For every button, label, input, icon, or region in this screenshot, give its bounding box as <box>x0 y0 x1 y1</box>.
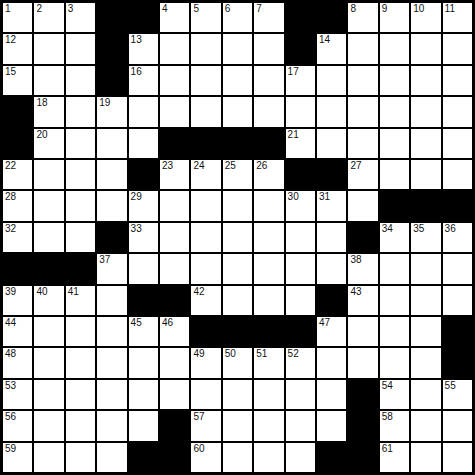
white-cell[interactable] <box>223 254 252 283</box>
white-cell[interactable]: 26 <box>254 160 283 189</box>
white-cell[interactable]: 4 <box>160 3 189 32</box>
white-cell[interactable]: 14 <box>317 34 346 63</box>
white-cell[interactable]: 51 <box>254 348 283 377</box>
white-cell[interactable]: 24 <box>191 160 220 189</box>
white-cell[interactable] <box>254 254 283 283</box>
black-cell <box>97 3 126 32</box>
black-cell <box>443 348 472 377</box>
clue-number: 51 <box>256 348 267 360</box>
clue-number: 41 <box>68 286 79 298</box>
clue-number: 26 <box>256 160 267 172</box>
white-cell[interactable] <box>443 443 472 472</box>
white-cell[interactable] <box>348 191 377 220</box>
white-cell[interactable] <box>443 66 472 95</box>
black-cell <box>348 380 377 409</box>
white-cell[interactable] <box>129 129 158 158</box>
white-cell[interactable] <box>411 34 440 63</box>
white-cell[interactable] <box>191 97 220 126</box>
clue-number: 2 <box>36 3 42 15</box>
black-cell <box>129 160 158 189</box>
white-cell[interactable] <box>443 286 472 315</box>
white-cell[interactable] <box>223 66 252 95</box>
white-cell[interactable] <box>286 286 315 315</box>
white-cell[interactable]: 45 <box>129 317 158 346</box>
clue-number: 33 <box>131 223 142 235</box>
white-cell[interactable] <box>411 286 440 315</box>
white-cell[interactable] <box>443 254 472 283</box>
white-cell[interactable] <box>97 411 126 440</box>
white-cell[interactable]: 55 <box>443 380 472 409</box>
white-cell[interactable] <box>317 223 346 252</box>
white-cell[interactable] <box>66 317 95 346</box>
white-cell[interactable]: 1 <box>3 3 32 32</box>
clue-number: 37 <box>99 254 110 266</box>
black-cell <box>443 191 472 220</box>
clue-number: 17 <box>288 66 299 78</box>
clue-number: 57 <box>193 411 204 423</box>
white-cell[interactable] <box>443 34 472 63</box>
white-cell[interactable] <box>34 160 63 189</box>
clue-number: 54 <box>382 380 393 392</box>
white-cell[interactable] <box>317 348 346 377</box>
white-cell[interactable] <box>191 34 220 63</box>
black-cell <box>129 443 158 472</box>
white-cell[interactable]: 59 <box>3 443 32 472</box>
clue-number: 56 <box>5 411 16 423</box>
white-cell[interactable]: 28 <box>3 191 32 220</box>
white-cell[interactable]: 54 <box>380 380 409 409</box>
white-cell[interactable]: 50 <box>223 348 252 377</box>
black-cell <box>129 3 158 32</box>
white-cell[interactable] <box>317 66 346 95</box>
white-cell[interactable] <box>160 254 189 283</box>
white-cell[interactable] <box>380 317 409 346</box>
clue-number: 1 <box>5 3 11 15</box>
white-cell[interactable] <box>97 129 126 158</box>
clue-number: 32 <box>5 223 16 235</box>
white-cell[interactable] <box>66 348 95 377</box>
black-cell <box>380 191 409 220</box>
white-cell[interactable]: 17 <box>286 66 315 95</box>
clue-number: 49 <box>193 348 204 360</box>
clue-number: 19 <box>99 97 110 109</box>
black-cell <box>160 443 189 472</box>
black-cell <box>317 286 346 315</box>
white-cell[interactable]: 46 <box>160 317 189 346</box>
white-cell[interactable] <box>34 317 63 346</box>
white-cell[interactable] <box>191 254 220 283</box>
white-cell[interactable]: 47 <box>317 317 346 346</box>
clue-number: 34 <box>382 223 393 235</box>
white-cell[interactable]: 8 <box>348 3 377 32</box>
black-cell <box>34 254 63 283</box>
white-cell[interactable]: 40 <box>34 286 63 315</box>
white-cell[interactable] <box>160 380 189 409</box>
black-cell <box>160 286 189 315</box>
white-cell[interactable]: 23 <box>160 160 189 189</box>
clue-number: 21 <box>288 129 299 141</box>
white-cell[interactable] <box>223 34 252 63</box>
white-cell[interactable]: 10 <box>411 3 440 32</box>
black-cell <box>66 254 95 283</box>
white-cell[interactable] <box>66 223 95 252</box>
clue-number: 28 <box>5 191 16 203</box>
clue-number: 14 <box>319 34 330 46</box>
white-cell[interactable]: 60 <box>191 443 220 472</box>
white-cell[interactable] <box>254 97 283 126</box>
white-cell[interactable] <box>223 97 252 126</box>
crossword-grid: 1234567891011121314151617181920212223242… <box>0 0 475 475</box>
white-cell[interactable] <box>411 348 440 377</box>
white-cell[interactable] <box>66 129 95 158</box>
clue-number: 31 <box>319 191 330 203</box>
white-cell[interactable] <box>34 411 63 440</box>
clue-number: 4 <box>162 3 168 15</box>
clue-number: 61 <box>382 443 393 455</box>
white-cell[interactable] <box>317 411 346 440</box>
white-cell[interactable] <box>34 443 63 472</box>
white-cell[interactable] <box>411 380 440 409</box>
white-cell[interactable] <box>66 97 95 126</box>
white-cell[interactable] <box>129 348 158 377</box>
white-cell[interactable] <box>411 443 440 472</box>
white-cell[interactable] <box>380 129 409 158</box>
white-cell[interactable] <box>223 443 252 472</box>
white-cell[interactable]: 53 <box>3 380 32 409</box>
white-cell[interactable] <box>97 317 126 346</box>
white-cell[interactable]: 57 <box>191 411 220 440</box>
white-cell[interactable]: 22 <box>3 160 32 189</box>
black-cell <box>97 66 126 95</box>
white-cell[interactable]: 33 <box>129 223 158 252</box>
white-cell[interactable] <box>317 129 346 158</box>
clue-number: 7 <box>256 3 262 15</box>
black-cell <box>3 254 32 283</box>
clue-number: 47 <box>319 317 330 329</box>
white-cell[interactable]: 32 <box>3 223 32 252</box>
clue-number: 36 <box>445 223 456 235</box>
white-cell[interactable] <box>66 160 95 189</box>
white-cell[interactable] <box>380 66 409 95</box>
white-cell[interactable]: 2 <box>34 3 63 32</box>
white-cell[interactable] <box>411 254 440 283</box>
black-cell <box>411 191 440 220</box>
clue-number: 5 <box>193 3 199 15</box>
clue-number: 24 <box>193 160 204 172</box>
white-cell[interactable] <box>254 411 283 440</box>
black-cell <box>97 34 126 63</box>
white-cell[interactable] <box>223 191 252 220</box>
black-cell <box>317 3 346 32</box>
white-cell[interactable] <box>380 254 409 283</box>
white-cell[interactable] <box>97 160 126 189</box>
black-cell <box>317 443 346 472</box>
white-cell[interactable] <box>66 191 95 220</box>
white-cell[interactable] <box>348 34 377 63</box>
clue-number: 39 <box>5 286 16 298</box>
clue-number: 38 <box>350 254 361 266</box>
black-cell <box>254 317 283 346</box>
white-cell[interactable] <box>411 97 440 126</box>
white-cell[interactable] <box>380 97 409 126</box>
white-cell[interactable] <box>254 223 283 252</box>
white-cell[interactable] <box>380 348 409 377</box>
white-cell[interactable]: 43 <box>348 286 377 315</box>
white-cell[interactable]: 42 <box>191 286 220 315</box>
clue-number: 44 <box>5 317 16 329</box>
white-cell[interactable] <box>97 191 126 220</box>
clue-number: 40 <box>36 286 47 298</box>
white-cell[interactable] <box>443 160 472 189</box>
white-cell[interactable] <box>191 66 220 95</box>
white-cell[interactable]: 27 <box>348 160 377 189</box>
clue-number: 6 <box>225 3 231 15</box>
white-cell[interactable] <box>254 286 283 315</box>
white-cell[interactable] <box>160 348 189 377</box>
black-cell <box>223 317 252 346</box>
black-cell <box>191 129 220 158</box>
clue-number: 18 <box>36 97 47 109</box>
white-cell[interactable]: 11 <box>443 3 472 32</box>
white-cell[interactable] <box>223 223 252 252</box>
white-cell[interactable] <box>254 380 283 409</box>
white-cell[interactable] <box>348 317 377 346</box>
clue-number: 55 <box>445 380 456 392</box>
black-cell <box>286 3 315 32</box>
white-cell[interactable] <box>411 317 440 346</box>
white-cell[interactable] <box>443 97 472 126</box>
white-cell[interactable] <box>443 129 472 158</box>
white-cell[interactable]: 38 <box>348 254 377 283</box>
white-cell[interactable]: 52 <box>286 348 315 377</box>
clue-number: 22 <box>5 160 16 172</box>
white-cell[interactable] <box>129 254 158 283</box>
white-cell[interactable]: 13 <box>129 34 158 63</box>
black-cell <box>223 129 252 158</box>
clue-number: 52 <box>288 348 299 360</box>
white-cell[interactable] <box>160 34 189 63</box>
white-cell[interactable]: 20 <box>34 129 63 158</box>
black-cell <box>129 286 158 315</box>
clue-number: 3 <box>68 3 74 15</box>
clue-number: 42 <box>193 286 204 298</box>
white-cell[interactable]: 58 <box>380 411 409 440</box>
white-cell[interactable] <box>286 223 315 252</box>
white-cell[interactable] <box>160 97 189 126</box>
white-cell[interactable] <box>97 443 126 472</box>
clue-number: 58 <box>382 411 393 423</box>
white-cell[interactable] <box>317 254 346 283</box>
clue-number: 59 <box>5 443 16 455</box>
clue-number: 16 <box>131 66 142 78</box>
black-cell <box>286 34 315 63</box>
clue-number: 11 <box>445 3 455 15</box>
white-cell[interactable]: 16 <box>129 66 158 95</box>
white-cell[interactable] <box>34 223 63 252</box>
white-cell[interactable]: 56 <box>3 411 32 440</box>
white-cell[interactable] <box>66 34 95 63</box>
white-cell[interactable]: 37 <box>97 254 126 283</box>
black-cell <box>286 160 315 189</box>
white-cell[interactable] <box>286 254 315 283</box>
white-cell[interactable]: 29 <box>129 191 158 220</box>
white-cell[interactable] <box>191 191 220 220</box>
white-cell[interactable] <box>348 129 377 158</box>
white-cell[interactable] <box>348 66 377 95</box>
white-cell[interactable]: 6 <box>223 3 252 32</box>
white-cell[interactable] <box>34 348 63 377</box>
white-cell[interactable] <box>411 66 440 95</box>
white-cell[interactable]: 39 <box>3 286 32 315</box>
white-cell[interactable] <box>160 223 189 252</box>
white-cell[interactable] <box>97 348 126 377</box>
white-cell[interactable] <box>286 97 315 126</box>
white-cell[interactable]: 35 <box>411 223 440 252</box>
white-cell[interactable]: 15 <box>3 66 32 95</box>
black-cell <box>348 443 377 472</box>
white-cell[interactable] <box>254 191 283 220</box>
white-cell[interactable] <box>286 380 315 409</box>
white-cell[interactable] <box>348 97 377 126</box>
white-cell[interactable] <box>411 129 440 158</box>
white-cell[interactable] <box>97 286 126 315</box>
clue-number: 29 <box>131 191 142 203</box>
white-cell[interactable]: 48 <box>3 348 32 377</box>
clue-number: 10 <box>413 3 424 15</box>
white-cell[interactable] <box>254 34 283 63</box>
clue-number: 15 <box>5 66 16 78</box>
clue-number: 50 <box>225 348 236 360</box>
white-cell[interactable] <box>317 380 346 409</box>
clue-number: 25 <box>225 160 236 172</box>
white-cell[interactable] <box>286 443 315 472</box>
white-cell[interactable] <box>129 97 158 126</box>
black-cell <box>348 411 377 440</box>
clue-number: 60 <box>193 443 204 455</box>
white-cell[interactable]: 18 <box>34 97 63 126</box>
white-cell[interactable] <box>317 97 346 126</box>
white-cell[interactable]: 44 <box>3 317 32 346</box>
white-cell[interactable] <box>443 411 472 440</box>
clue-number: 27 <box>350 160 361 172</box>
white-cell[interactable]: 21 <box>286 129 315 158</box>
clue-number: 46 <box>162 317 173 329</box>
black-cell <box>160 129 189 158</box>
white-cell[interactable] <box>411 411 440 440</box>
white-cell[interactable]: 41 <box>66 286 95 315</box>
black-cell <box>3 129 32 158</box>
black-cell <box>160 411 189 440</box>
white-cell[interactable] <box>380 160 409 189</box>
clue-number: 30 <box>288 191 299 203</box>
white-cell[interactable] <box>34 191 63 220</box>
white-cell[interactable] <box>34 34 63 63</box>
white-cell[interactable]: 3 <box>66 3 95 32</box>
white-cell[interactable] <box>66 443 95 472</box>
white-cell[interactable] <box>129 411 158 440</box>
white-cell[interactable] <box>254 66 283 95</box>
black-cell <box>3 97 32 126</box>
white-cell[interactable] <box>191 223 220 252</box>
white-cell[interactable] <box>380 34 409 63</box>
white-cell[interactable] <box>129 380 158 409</box>
clue-number: 35 <box>413 223 424 235</box>
white-cell[interactable] <box>380 286 409 315</box>
black-cell <box>254 129 283 158</box>
white-cell[interactable]: 25 <box>223 160 252 189</box>
white-cell[interactable] <box>34 380 63 409</box>
white-cell[interactable] <box>223 286 252 315</box>
white-cell[interactable] <box>97 380 126 409</box>
white-cell[interactable]: 19 <box>97 97 126 126</box>
clue-number: 53 <box>5 380 16 392</box>
clue-number: 9 <box>382 3 388 15</box>
white-cell[interactable] <box>411 160 440 189</box>
white-cell[interactable]: 30 <box>286 191 315 220</box>
white-cell[interactable] <box>160 66 189 95</box>
white-cell[interactable] <box>254 443 283 472</box>
white-cell[interactable]: 36 <box>443 223 472 252</box>
white-cell[interactable] <box>223 380 252 409</box>
black-cell <box>317 160 346 189</box>
black-cell <box>191 317 220 346</box>
black-cell <box>97 223 126 252</box>
white-cell[interactable] <box>160 191 189 220</box>
white-cell[interactable]: 34 <box>380 223 409 252</box>
white-cell[interactable] <box>66 380 95 409</box>
clue-number: 43 <box>350 286 361 298</box>
white-cell[interactable] <box>223 411 252 440</box>
black-cell <box>348 223 377 252</box>
clue-number: 48 <box>5 348 16 360</box>
white-cell[interactable] <box>286 411 315 440</box>
white-cell[interactable]: 61 <box>380 443 409 472</box>
white-cell[interactable] <box>34 66 63 95</box>
white-cell[interactable]: 31 <box>317 191 346 220</box>
white-cell[interactable]: 49 <box>191 348 220 377</box>
clue-number: 13 <box>131 34 142 46</box>
white-cell[interactable]: 12 <box>3 34 32 63</box>
clue-number: 12 <box>5 34 16 46</box>
clue-number: 23 <box>162 160 173 172</box>
white-cell[interactable]: 5 <box>191 3 220 32</box>
white-cell[interactable] <box>66 411 95 440</box>
white-cell[interactable]: 7 <box>254 3 283 32</box>
white-cell[interactable] <box>191 380 220 409</box>
clue-number: 20 <box>36 129 47 141</box>
clue-number: 45 <box>131 317 142 329</box>
black-cell <box>286 317 315 346</box>
clue-number: 8 <box>350 3 356 15</box>
black-cell <box>443 317 472 346</box>
white-cell[interactable]: 9 <box>380 3 409 32</box>
white-cell[interactable] <box>348 348 377 377</box>
white-cell[interactable] <box>66 66 95 95</box>
